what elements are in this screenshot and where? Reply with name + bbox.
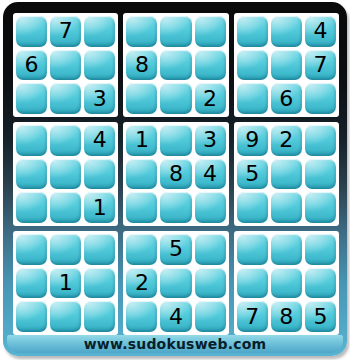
- cell-r7c7[interactable]: [237, 234, 268, 265]
- cell-r2c2[interactable]: [50, 50, 81, 81]
- cell-r9c2[interactable]: [50, 301, 81, 332]
- cell-r1c5[interactable]: [160, 16, 191, 47]
- cell-r3c8: 6: [271, 83, 302, 114]
- cell-r9c3[interactable]: [84, 301, 115, 332]
- cell-r8c1[interactable]: [16, 268, 47, 299]
- cell-r6c9[interactable]: [305, 192, 336, 223]
- website-url[interactable]: www.sudokusweb.com: [84, 336, 267, 352]
- cell-r5c6: 4: [195, 159, 226, 190]
- cell-r8c5[interactable]: [160, 268, 191, 299]
- cell-r8c6[interactable]: [195, 268, 226, 299]
- cell-r4c6: 3: [195, 125, 226, 156]
- cell-r2c6[interactable]: [195, 50, 226, 81]
- cell-r9c1[interactable]: [16, 301, 47, 332]
- cell-r4c9[interactable]: [305, 125, 336, 156]
- cell-r2c8[interactable]: [271, 50, 302, 81]
- cell-r8c7[interactable]: [237, 268, 268, 299]
- cell-r2c5[interactable]: [160, 50, 191, 81]
- cell-r8c3[interactable]: [84, 268, 115, 299]
- cell-r4c1[interactable]: [16, 125, 47, 156]
- cell-r6c3: 1: [84, 192, 115, 223]
- cell-r3c5[interactable]: [160, 83, 191, 114]
- cell-r8c9[interactable]: [305, 268, 336, 299]
- cell-r7c2[interactable]: [50, 234, 81, 265]
- cell-r3c3: 3: [84, 83, 115, 114]
- cell-r2c3[interactable]: [84, 50, 115, 81]
- cell-r5c7: 5: [237, 159, 268, 190]
- cell-r2c4: 8: [126, 50, 157, 81]
- cell-r7c9[interactable]: [305, 234, 336, 265]
- cell-r6c7[interactable]: [237, 192, 268, 223]
- cell-r3c7[interactable]: [237, 83, 268, 114]
- cell-r3c4[interactable]: [126, 83, 157, 114]
- cell-r3c2[interactable]: [50, 83, 81, 114]
- cell-r4c5[interactable]: [160, 125, 191, 156]
- box-1: 763: [13, 13, 118, 117]
- cell-r5c2[interactable]: [50, 159, 81, 190]
- cell-r2c1: 6: [16, 50, 47, 81]
- box-8: 524: [123, 231, 228, 335]
- cell-r1c7[interactable]: [237, 16, 268, 47]
- cell-r9c7: 7: [237, 301, 268, 332]
- cell-r7c5: 5: [160, 234, 191, 265]
- box-2: 82: [123, 13, 228, 117]
- cell-r1c4[interactable]: [126, 16, 157, 47]
- cell-r4c4: 1: [126, 125, 157, 156]
- cell-r7c6[interactable]: [195, 234, 226, 265]
- box-9: 785: [234, 231, 339, 335]
- cell-r5c1[interactable]: [16, 159, 47, 190]
- cell-r3c6: 2: [195, 83, 226, 114]
- sudoku-grid: 763824764113849251524785: [13, 13, 339, 335]
- cell-r9c5: 4: [160, 301, 191, 332]
- cell-r8c8[interactable]: [271, 268, 302, 299]
- cell-r5c5: 8: [160, 159, 191, 190]
- box-4: 41: [13, 122, 118, 226]
- cell-r1c1[interactable]: [16, 16, 47, 47]
- cell-r2c9: 7: [305, 50, 336, 81]
- cell-r7c3[interactable]: [84, 234, 115, 265]
- cell-r1c9: 4: [305, 16, 336, 47]
- cell-r1c8[interactable]: [271, 16, 302, 47]
- cell-r1c3[interactable]: [84, 16, 115, 47]
- cell-r8c4: 2: [126, 268, 157, 299]
- cell-r6c4[interactable]: [126, 192, 157, 223]
- cell-r4c7: 9: [237, 125, 268, 156]
- cell-r6c1[interactable]: [16, 192, 47, 223]
- cell-r8c2: 1: [50, 268, 81, 299]
- cell-r1c2: 7: [50, 16, 81, 47]
- box-6: 925: [234, 122, 339, 226]
- cell-r5c8[interactable]: [271, 159, 302, 190]
- cell-r6c6[interactable]: [195, 192, 226, 223]
- sudoku-board-frame: 763824764113849251524785 www.sudokusweb.…: [3, 2, 347, 356]
- cell-r6c8[interactable]: [271, 192, 302, 223]
- cell-r6c2[interactable]: [50, 192, 81, 223]
- cell-r7c8[interactable]: [271, 234, 302, 265]
- cell-r7c4[interactable]: [126, 234, 157, 265]
- cell-r2c7[interactable]: [237, 50, 268, 81]
- cell-r7c1[interactable]: [16, 234, 47, 265]
- cell-r9c6[interactable]: [195, 301, 226, 332]
- cell-r9c9: 5: [305, 301, 336, 332]
- box-3: 476: [234, 13, 339, 117]
- cell-r4c3: 4: [84, 125, 115, 156]
- cell-r4c8: 2: [271, 125, 302, 156]
- cell-r6c5[interactable]: [160, 192, 191, 223]
- box-5: 1384: [123, 122, 228, 226]
- cell-r4c2[interactable]: [50, 125, 81, 156]
- cell-r3c9[interactable]: [305, 83, 336, 114]
- cell-r9c8: 8: [271, 301, 302, 332]
- cell-r5c9[interactable]: [305, 159, 336, 190]
- box-7: 1: [13, 231, 118, 335]
- cell-r1c6[interactable]: [195, 16, 226, 47]
- cell-r3c1[interactable]: [16, 83, 47, 114]
- footer-bar: www.sudokusweb.com: [7, 335, 343, 353]
- cell-r9c4[interactable]: [126, 301, 157, 332]
- cell-r5c3[interactable]: [84, 159, 115, 190]
- cell-r5c4[interactable]: [126, 159, 157, 190]
